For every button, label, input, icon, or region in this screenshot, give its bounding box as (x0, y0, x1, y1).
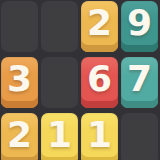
tile-value: 2 (87, 5, 112, 41)
cell-empty (41, 57, 78, 108)
game-viewport: 29367211 (0, 0, 160, 160)
tile-value: 1 (87, 117, 112, 153)
tile-9[interactable]: 9 (121, 1, 158, 52)
game-board: 29367211 (0, 0, 158, 160)
tile-value: 9 (127, 5, 152, 41)
tile-3[interactable]: 3 (1, 57, 38, 108)
tile-value: 6 (87, 61, 112, 97)
tile-value: 7 (127, 61, 152, 97)
cell-empty (121, 113, 158, 160)
tile-value: 2 (7, 117, 32, 153)
tile-2[interactable]: 2 (81, 1, 118, 52)
tile-1[interactable]: 1 (81, 113, 118, 160)
tile-1[interactable]: 1 (41, 113, 78, 160)
cell-empty (1, 1, 38, 52)
cell-empty (41, 1, 78, 52)
tile-value: 3 (7, 61, 32, 97)
tile-value: 1 (47, 117, 72, 153)
tile-6[interactable]: 6 (81, 57, 118, 108)
tile-2[interactable]: 2 (1, 113, 38, 160)
tile-7[interactable]: 7 (121, 57, 158, 108)
